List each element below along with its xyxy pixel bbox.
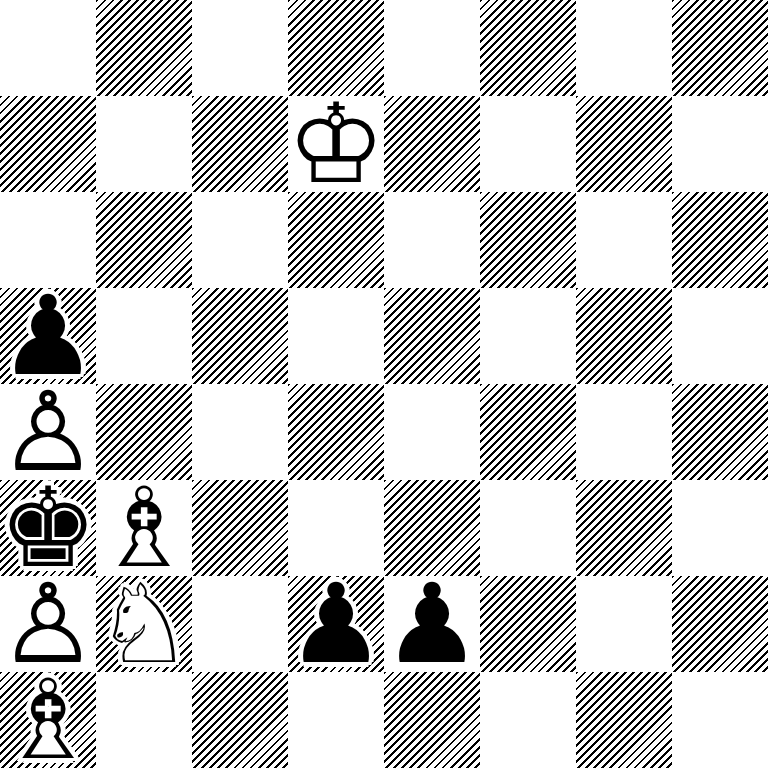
square-g1[interactable] xyxy=(576,672,672,768)
piece-halo: ♟ xyxy=(0,288,96,384)
square-f4[interactable] xyxy=(480,384,576,480)
square-d7[interactable]: ♚♔ xyxy=(288,96,384,192)
white-pawn-icon: ♙ xyxy=(0,384,96,480)
square-h2[interactable] xyxy=(672,576,768,672)
white-pawn-icon: ♙ xyxy=(0,576,96,672)
square-g7[interactable] xyxy=(576,96,672,192)
square-c8[interactable] xyxy=(192,0,288,96)
square-f6[interactable] xyxy=(480,192,576,288)
square-c7[interactable] xyxy=(192,96,288,192)
white-knight-icon: ♘ xyxy=(96,576,192,672)
square-g8[interactable] xyxy=(576,0,672,96)
square-d2[interactable]: ♟♟ xyxy=(288,576,384,672)
square-g6[interactable] xyxy=(576,192,672,288)
piece-halo: ♞ xyxy=(96,576,192,672)
square-a8[interactable] xyxy=(0,0,96,96)
black-pawn-icon: ♟ xyxy=(288,576,384,672)
square-f7[interactable] xyxy=(480,96,576,192)
square-b6[interactable] xyxy=(96,192,192,288)
piece-halo: ♟ xyxy=(0,576,96,672)
square-c3[interactable] xyxy=(192,480,288,576)
square-d1[interactable] xyxy=(288,672,384,768)
square-f5[interactable] xyxy=(480,288,576,384)
square-h7[interactable] xyxy=(672,96,768,192)
square-b4[interactable] xyxy=(96,384,192,480)
square-d4[interactable] xyxy=(288,384,384,480)
square-e5[interactable] xyxy=(384,288,480,384)
square-e3[interactable] xyxy=(384,480,480,576)
piece-halo: ♟ xyxy=(0,384,96,480)
square-h4[interactable] xyxy=(672,384,768,480)
square-f2[interactable] xyxy=(480,576,576,672)
black-pawn-icon: ♟ xyxy=(384,576,480,672)
square-g3[interactable] xyxy=(576,480,672,576)
white-bishop-icon: ♗ xyxy=(96,480,192,576)
square-h6[interactable] xyxy=(672,192,768,288)
piece-halo: ♟ xyxy=(384,576,480,672)
square-a6[interactable] xyxy=(0,192,96,288)
piece-halo: ♝ xyxy=(96,480,192,576)
square-c6[interactable] xyxy=(192,192,288,288)
square-g5[interactable] xyxy=(576,288,672,384)
white-bishop-icon: ♗ xyxy=(0,672,96,768)
square-h8[interactable] xyxy=(672,0,768,96)
square-a1[interactable]: ♝♗ xyxy=(0,672,96,768)
square-a3[interactable]: ♚♚ xyxy=(0,480,96,576)
square-b5[interactable] xyxy=(96,288,192,384)
piece-halo: ♚ xyxy=(288,96,384,192)
square-b2[interactable]: ♞♘ xyxy=(96,576,192,672)
square-d6[interactable] xyxy=(288,192,384,288)
square-e7[interactable] xyxy=(384,96,480,192)
square-g2[interactable] xyxy=(576,576,672,672)
square-b8[interactable] xyxy=(96,0,192,96)
square-a5[interactable]: ♟♟ xyxy=(0,288,96,384)
square-e8[interactable] xyxy=(384,0,480,96)
square-b1[interactable] xyxy=(96,672,192,768)
square-c5[interactable] xyxy=(192,288,288,384)
square-e4[interactable] xyxy=(384,384,480,480)
square-b7[interactable] xyxy=(96,96,192,192)
square-c2[interactable] xyxy=(192,576,288,672)
piece-halo: ♝ xyxy=(0,672,96,768)
square-a4[interactable]: ♟♙ xyxy=(0,384,96,480)
square-d8[interactable] xyxy=(288,0,384,96)
square-d3[interactable] xyxy=(288,480,384,576)
square-a2[interactable]: ♟♙ xyxy=(0,576,96,672)
white-king-icon: ♔ xyxy=(288,96,384,192)
square-g4[interactable] xyxy=(576,384,672,480)
square-h1[interactable] xyxy=(672,672,768,768)
piece-halo: ♚ xyxy=(0,480,96,576)
square-h3[interactable] xyxy=(672,480,768,576)
square-e6[interactable] xyxy=(384,192,480,288)
piece-halo: ♟ xyxy=(288,576,384,672)
square-c4[interactable] xyxy=(192,384,288,480)
black-pawn-icon: ♟ xyxy=(0,288,96,384)
square-f1[interactable] xyxy=(480,672,576,768)
square-f3[interactable] xyxy=(480,480,576,576)
square-e1[interactable] xyxy=(384,672,480,768)
square-e2[interactable]: ♟♟ xyxy=(384,576,480,672)
square-f8[interactable] xyxy=(480,0,576,96)
square-d5[interactable] xyxy=(288,288,384,384)
square-c1[interactable] xyxy=(192,672,288,768)
square-b3[interactable]: ♝♗ xyxy=(96,480,192,576)
square-h5[interactable] xyxy=(672,288,768,384)
black-king-icon: ♚ xyxy=(0,480,96,576)
square-a7[interactable] xyxy=(0,96,96,192)
chess-board: ♚♔♟♟♟♙♚♚♝♗♟♙♞♘♟♟♟♟♝♗ xyxy=(0,0,768,768)
